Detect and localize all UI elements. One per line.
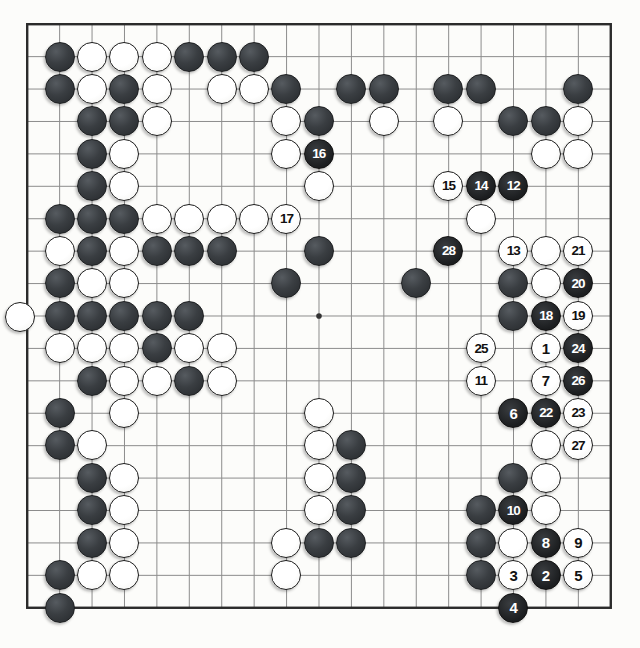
stone-black <box>336 463 366 493</box>
stone-black <box>466 74 496 104</box>
stone-white <box>466 204 496 234</box>
move-number-label: 13 <box>507 244 520 258</box>
move-stone-27: 27 <box>563 430 593 460</box>
move-stone-12: 12 <box>498 171 528 201</box>
stone-white <box>109 398 139 428</box>
stone-white <box>45 333 75 363</box>
stone-white <box>109 560 139 590</box>
stone-white <box>142 42 172 72</box>
move-number-label: 24 <box>572 341 585 355</box>
move-stone-2: 2 <box>531 560 561 590</box>
stone-black <box>498 463 528 493</box>
move-number-label: 15 <box>442 179 455 193</box>
stone-white <box>142 204 172 234</box>
stone-white <box>174 204 204 234</box>
stone-black <box>77 495 107 525</box>
stone-white <box>531 463 561 493</box>
stone-black <box>531 106 561 136</box>
stone-black <box>77 106 107 136</box>
move-stone-10: 10 <box>498 495 528 525</box>
stone-white <box>304 495 334 525</box>
stone-white <box>109 463 139 493</box>
move-stone-5: 5 <box>563 560 593 590</box>
move-stone-28: 28 <box>433 236 463 266</box>
move-number-label: 18 <box>539 309 552 323</box>
move-number-label: 10 <box>507 503 520 517</box>
stone-white <box>531 495 561 525</box>
move-stone-17: 17 <box>271 204 301 234</box>
stone-white <box>271 528 301 558</box>
stone-white <box>109 171 139 201</box>
stone-black <box>45 593 75 623</box>
stone-black <box>498 106 528 136</box>
move-stone-9: 9 <box>563 528 593 558</box>
move-number-label: 25 <box>474 341 487 355</box>
go-board: 1615141217281321201819251241172662223271… <box>11 8 627 624</box>
stone-black <box>77 236 107 266</box>
stone-black <box>304 528 334 558</box>
move-number-label: 7 <box>542 373 550 388</box>
stone-white <box>5 302 35 332</box>
stone-black <box>109 204 139 234</box>
move-number-label: 4 <box>509 600 517 615</box>
stone-white <box>142 366 172 396</box>
stone-white <box>77 560 107 590</box>
stone-white <box>77 268 107 298</box>
stone-white <box>239 204 269 234</box>
stone-white <box>207 204 237 234</box>
stone-black <box>239 42 269 72</box>
stone-white <box>109 366 139 396</box>
move-stone-14: 14 <box>466 171 496 201</box>
stone-white <box>109 139 139 169</box>
stone-white <box>207 74 237 104</box>
stone-black <box>271 74 301 104</box>
move-number-label: 17 <box>280 211 293 225</box>
move-number-label: 22 <box>539 406 552 420</box>
stone-white <box>271 560 301 590</box>
move-stone-19: 19 <box>563 301 593 331</box>
stone-white <box>174 333 204 363</box>
stone-black <box>174 301 204 331</box>
stone-white <box>239 74 269 104</box>
stone-white <box>498 528 528 558</box>
stone-black <box>45 430 75 460</box>
stone-black <box>336 495 366 525</box>
stone-white <box>207 333 237 363</box>
stone-black <box>304 106 334 136</box>
stone-white <box>77 430 107 460</box>
stone-white <box>531 268 561 298</box>
stone-black <box>45 74 75 104</box>
stone-black <box>77 463 107 493</box>
stone-black <box>498 268 528 298</box>
move-stone-18: 18 <box>531 301 561 331</box>
move-stone-20: 20 <box>563 268 593 298</box>
move-number-label: 5 <box>574 567 582 582</box>
move-number-label: 8 <box>542 535 550 550</box>
stone-white <box>109 333 139 363</box>
move-number-label: 9 <box>574 535 582 550</box>
stone-white <box>271 139 301 169</box>
move-number-label: 6 <box>509 405 517 420</box>
move-number-label: 20 <box>572 276 585 290</box>
stone-black <box>77 171 107 201</box>
move-stone-3: 3 <box>498 560 528 590</box>
stone-black <box>77 366 107 396</box>
stone-white <box>531 139 561 169</box>
move-number-label: 28 <box>442 244 455 258</box>
move-stone-25: 25 <box>466 333 496 363</box>
stone-white <box>304 171 334 201</box>
stone-white <box>563 106 593 136</box>
stone-white <box>142 106 172 136</box>
move-stone-22: 22 <box>531 398 561 428</box>
move-number-label: 21 <box>572 244 585 258</box>
stone-white <box>109 42 139 72</box>
stone-black <box>77 301 107 331</box>
move-number-label: 14 <box>474 179 487 193</box>
stone-black <box>304 236 334 266</box>
stone-black <box>109 74 139 104</box>
stone-white <box>77 42 107 72</box>
stone-black <box>174 236 204 266</box>
stone-black <box>336 74 366 104</box>
stone-white <box>109 495 139 525</box>
stone-white <box>271 106 301 136</box>
move-stone-26: 26 <box>563 366 593 396</box>
stone-white <box>304 398 334 428</box>
stone-black <box>369 74 399 104</box>
go-diagram-page: 1615141217281321201819251241172662223271… <box>0 0 640 648</box>
move-number-label: 27 <box>572 438 585 452</box>
stone-black <box>109 106 139 136</box>
stone-black <box>336 430 366 460</box>
move-stone-7: 7 <box>531 366 561 396</box>
stone-black <box>563 74 593 104</box>
move-stone-1: 1 <box>531 333 561 363</box>
stone-black <box>433 74 463 104</box>
move-stone-11: 11 <box>466 366 496 396</box>
move-stone-24: 24 <box>563 333 593 363</box>
stone-white <box>109 236 139 266</box>
stone-white <box>304 430 334 460</box>
stone-black <box>142 301 172 331</box>
move-number-label: 1 <box>542 340 550 355</box>
move-number-label: 2 <box>542 567 550 582</box>
stone-black <box>142 333 172 363</box>
stone-black <box>77 528 107 558</box>
stone-black <box>77 204 107 234</box>
stone-black <box>207 236 237 266</box>
stone-black <box>142 236 172 266</box>
stone-black <box>45 268 75 298</box>
stone-white <box>369 106 399 136</box>
stone-white <box>109 268 139 298</box>
stone-white <box>433 106 463 136</box>
move-stone-13: 13 <box>498 236 528 266</box>
stone-black <box>45 301 75 331</box>
stone-black <box>45 398 75 428</box>
stone-black <box>174 42 204 72</box>
stone-black <box>498 301 528 331</box>
stone-black <box>401 268 431 298</box>
stone-white <box>77 74 107 104</box>
stone-white <box>531 430 561 460</box>
stone-black <box>466 495 496 525</box>
stone-black <box>466 528 496 558</box>
stone-white <box>304 463 334 493</box>
stone-white <box>142 74 172 104</box>
move-number-label: 19 <box>572 309 585 323</box>
move-number-label: 26 <box>572 373 585 387</box>
move-number-label: 3 <box>509 567 517 582</box>
stone-white <box>77 333 107 363</box>
stone-black <box>271 268 301 298</box>
stone-black <box>109 301 139 331</box>
stone-black <box>45 204 75 234</box>
move-stone-16: 16 <box>304 139 334 169</box>
stone-black <box>174 366 204 396</box>
move-stone-4: 4 <box>498 593 528 623</box>
stone-white <box>207 366 237 396</box>
move-number-label: 12 <box>507 179 520 193</box>
move-stone-21: 21 <box>563 236 593 266</box>
move-stone-8: 8 <box>531 528 561 558</box>
stone-white <box>45 236 75 266</box>
move-stone-23: 23 <box>563 398 593 428</box>
move-stone-6: 6 <box>498 398 528 428</box>
move-number-label: 23 <box>572 406 585 420</box>
move-stone-15: 15 <box>433 171 463 201</box>
stone-black <box>77 139 107 169</box>
stones-layer: 1615141217281321201819251241172662223271… <box>11 8 627 624</box>
stone-black <box>45 560 75 590</box>
stone-white <box>531 236 561 266</box>
move-number-label: 16 <box>312 147 325 161</box>
stone-black <box>466 560 496 590</box>
stone-black <box>336 528 366 558</box>
stone-white <box>109 528 139 558</box>
stone-white <box>563 139 593 169</box>
stone-black <box>207 42 237 72</box>
stone-black <box>45 42 75 72</box>
move-number-label: 11 <box>475 373 487 387</box>
